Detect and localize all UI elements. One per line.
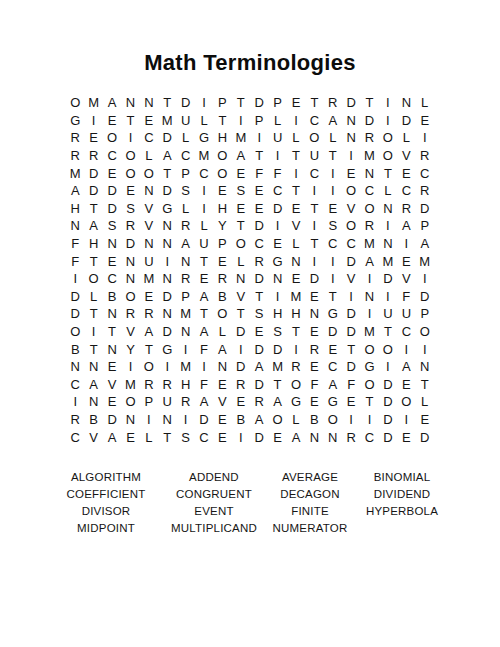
grid-cell-r5c5: O [140, 164, 158, 182]
grid-cell-r20c6: T [158, 428, 176, 446]
grid-cell-r15c3: N [103, 340, 121, 358]
grid-cell-r5c12: F [268, 164, 286, 182]
grid-cell-r3c3: O [103, 129, 121, 147]
grid-cell-r17c1: C [66, 376, 84, 394]
grid-cell-r1c4: N [121, 94, 139, 112]
word-algorithm: ALGORITHM [50, 469, 162, 486]
grid-cell-r3c10: M [232, 129, 250, 147]
grid-cell-r3c15: L [324, 129, 342, 147]
grid-cell-r17c8: F [195, 376, 213, 394]
grid-cell-r19c2: B [84, 411, 102, 429]
grid-cell-r4c14: U [305, 147, 323, 165]
grid-cell-r19c19: I [397, 411, 415, 429]
grid-cell-r12c14: E [305, 288, 323, 306]
grid-cell-r10c10: L [232, 252, 250, 270]
grid-cell-r14c7: N [176, 323, 194, 341]
grid-cell-r15c8: F [195, 340, 213, 358]
grid-cell-r14c20: O [416, 323, 434, 341]
grid-cell-r8c5: V [140, 217, 158, 235]
grid-cell-r10c17: A [360, 252, 378, 270]
grid-cell-r8c7: R [176, 217, 194, 235]
grid-cell-r12c13: M [287, 288, 305, 306]
grid-cell-r1c10: T [232, 94, 250, 112]
grid-cell-r4c13: T [287, 147, 305, 165]
grid-cell-r5c9: O [213, 164, 231, 182]
grid-cell-r9c17: M [360, 235, 378, 253]
grid-cell-r16c19: A [397, 358, 415, 376]
grid-cell-r1c8: I [195, 94, 213, 112]
grid-cell-r14c12: S [268, 323, 286, 341]
grid-cell-r15c20: I [416, 340, 434, 358]
grid-cell-r3c12: U [268, 129, 286, 147]
grid-cell-r8c12: I [268, 217, 286, 235]
grid-cell-r20c15: N [324, 428, 342, 446]
grid-cell-r13c3: N [103, 305, 121, 323]
grid-cell-r8c4: R [121, 217, 139, 235]
grid-cell-r18c10: E [232, 393, 250, 411]
grid-cell-r6c10: S [232, 182, 250, 200]
grid-cell-r7c3: D [103, 200, 121, 218]
grid-cell-r19c3: D [103, 411, 121, 429]
grid-cell-r13c10: T [232, 305, 250, 323]
word-multiplicand: MULTIPLICAND [162, 520, 266, 537]
grid-cell-r5c14: C [305, 164, 323, 182]
grid-cell-r10c19: E [397, 252, 415, 270]
grid-cell-r14c15: D [324, 323, 342, 341]
grid-cell-r16c17: G [360, 358, 378, 376]
grid-cell-r11c17: I [360, 270, 378, 288]
word-coefficient: COEFFICIENT [50, 486, 162, 503]
grid-cell-r11c10: N [232, 270, 250, 288]
grid-cell-r11c14: D [305, 270, 323, 288]
grid-cell-r14c2: I [84, 323, 102, 341]
grid-cell-r11c5: M [140, 270, 158, 288]
grid-cell-r18c17: T [360, 393, 378, 411]
grid-cell-r18c4: O [121, 393, 139, 411]
grid-cell-r13c1: D [66, 305, 84, 323]
grid-cell-r17c11: D [250, 376, 268, 394]
grid-cell-r16c4: I [121, 358, 139, 376]
grid-cell-r3c19: L [397, 129, 415, 147]
grid-cell-r9c14: T [305, 235, 323, 253]
grid-cell-r17c9: E [213, 376, 231, 394]
grid-cell-r14c19: C [397, 323, 415, 341]
word-binomial: BINOMIAL [354, 469, 450, 486]
grid-cell-r16c11: A [250, 358, 268, 376]
grid-cell-r19c14: B [305, 411, 323, 429]
grid-cell-r18c18: D [379, 393, 397, 411]
grid-cell-r8c15: S [324, 217, 342, 235]
grid-cell-r16c12: M [268, 358, 286, 376]
grid-cell-r3c2: E [84, 129, 102, 147]
grid-cell-r1c5: N [140, 94, 158, 112]
word-dividend: DIVIDEND [354, 486, 450, 503]
grid-cell-r2c16: N [342, 112, 360, 130]
grid-cell-r19c9: E [213, 411, 231, 429]
grid-cell-r1c12: P [268, 94, 286, 112]
grid-cell-r8c8: L [195, 217, 213, 235]
grid-cell-r10c13: N [287, 252, 305, 270]
grid-cell-r17c12: T [268, 376, 286, 394]
grid-cell-r2c15: A [324, 112, 342, 130]
grid-cell-r18c19: O [397, 393, 415, 411]
grid-cell-r2c20: E [416, 112, 434, 130]
grid-cell-r20c16: R [342, 428, 360, 446]
grid-cell-r7c20: D [416, 200, 434, 218]
grid-cell-r11c12: N [268, 270, 286, 288]
grid-cell-r7c15: E [324, 200, 342, 218]
grid-cell-r8c6: N [158, 217, 176, 235]
grid-cell-r2c9: T [213, 112, 231, 130]
grid-cell-r2c18: I [379, 112, 397, 130]
grid-cell-r16c13: R [287, 358, 305, 376]
grid-cell-r2c10: I [232, 112, 250, 130]
grid-cell-r3c11: I [250, 129, 268, 147]
grid-cell-r12c2: L [84, 288, 102, 306]
grid-cell-r15c11: D [250, 340, 268, 358]
grid-cell-r18c3: E [103, 393, 121, 411]
grid-cell-r6c4: E [121, 182, 139, 200]
grid-cell-r18c6: U [158, 393, 176, 411]
grid-cell-r9c9: P [213, 235, 231, 253]
grid-cell-r12c9: B [213, 288, 231, 306]
grid-cell-r11c19: V [397, 270, 415, 288]
grid-cell-r7c10: E [232, 200, 250, 218]
grid-cell-r4c5: L [140, 147, 158, 165]
grid-cell-r9c13: L [287, 235, 305, 253]
grid-cell-r3c17: R [360, 129, 378, 147]
grid-cell-r20c7: S [176, 428, 194, 446]
grid-cell-r20c5: L [140, 428, 158, 446]
grid-cell-r7c1: H [66, 200, 84, 218]
grid-cell-r6c16: O [342, 182, 360, 200]
grid-cell-r3c5: C [140, 129, 158, 147]
grid-cell-r5c8: C [195, 164, 213, 182]
grid-cell-r5c10: E [232, 164, 250, 182]
grid-cell-r19c1: R [66, 411, 84, 429]
grid-cell-r3c6: D [158, 129, 176, 147]
grid-cell-r6c11: E [250, 182, 268, 200]
grid-cell-r6c6: D [158, 182, 176, 200]
grid-cell-r10c4: N [121, 252, 139, 270]
grid-cell-r2c1: G [66, 112, 84, 130]
grid-cell-r12c8: A [195, 288, 213, 306]
grid-cell-r4c4: O [121, 147, 139, 165]
grid-cell-r6c8: I [195, 182, 213, 200]
grid-cell-r15c14: R [305, 340, 323, 358]
word-numerator: NUMERATOR [266, 520, 354, 537]
grid-cell-r7c8: I [195, 200, 213, 218]
grid-cell-r13c16: D [342, 305, 360, 323]
grid-cell-r12c17: N [360, 288, 378, 306]
grid-cell-r15c1: B [66, 340, 84, 358]
grid-cell-r16c15: C [324, 358, 342, 376]
grid-cell-r19c5: I [140, 411, 158, 429]
grid-cell-r5c18: T [379, 164, 397, 182]
grid-cell-r18c15: G [324, 393, 342, 411]
grid-cell-r18c14: E [305, 393, 323, 411]
grid-cell-r16c2: N [84, 358, 102, 376]
grid-cell-r20c12: E [268, 428, 286, 446]
grid-cell-r18c11: R [250, 393, 268, 411]
grid-cell-r3c8: G [195, 129, 213, 147]
grid-cell-r10c8: T [195, 252, 213, 270]
grid-cell-r17c15: A [324, 376, 342, 394]
grid-cell-r15c5: T [140, 340, 158, 358]
grid-cell-r8c11: D [250, 217, 268, 235]
grid-cell-r4c7: C [176, 147, 194, 165]
grid-cell-r17c10: R [232, 376, 250, 394]
grid-cell-r1c15: R [324, 94, 342, 112]
grid-cell-r20c14: N [305, 428, 323, 446]
grid-cell-r19c17: I [360, 411, 378, 429]
grid-cell-r8c18: I [379, 217, 397, 235]
grid-cell-r4c16: I [342, 147, 360, 165]
grid-cell-r1c16: D [342, 94, 360, 112]
grid-cell-r13c2: T [84, 305, 102, 323]
grid-cell-r3c18: O [379, 129, 397, 147]
grid-cell-r1c2: M [84, 94, 102, 112]
grid-cell-r7c4: S [121, 200, 139, 218]
grid-cell-r11c8: E [195, 270, 213, 288]
grid-cell-r1c20: L [416, 94, 434, 112]
grid-cell-r9c11: C [250, 235, 268, 253]
grid-cell-r9c6: N [158, 235, 176, 253]
grid-cell-r10c7: N [176, 252, 194, 270]
grid-cell-r9c8: U [195, 235, 213, 253]
grid-cell-r9c12: E [268, 235, 286, 253]
grid-cell-r13c15: G [324, 305, 342, 323]
grid-cell-r11c6: N [158, 270, 176, 288]
grid-cell-r12c4: O [121, 288, 139, 306]
grid-cell-r8c1: N [66, 217, 84, 235]
word-event: EVENT [162, 503, 266, 520]
grid-cell-r19c13: L [287, 411, 305, 429]
grid-cell-r12c5: E [140, 288, 158, 306]
word-average: AVERAGE [266, 469, 354, 486]
word-empty [354, 520, 450, 537]
grid-cell-r10c2: T [84, 252, 102, 270]
grid-cell-r1c9: P [213, 94, 231, 112]
grid-cell-r18c1: I [66, 393, 84, 411]
grid-cell-r9c19: I [397, 235, 415, 253]
grid-cell-r2c14: C [305, 112, 323, 130]
grid-cell-r14c16: D [342, 323, 360, 341]
grid-cell-r10c9: E [213, 252, 231, 270]
grid-cell-r15c2: T [84, 340, 102, 358]
grid-cell-r6c1: A [66, 182, 84, 200]
grid-cell-r14c9: L [213, 323, 231, 341]
grid-cell-r8c14: I [305, 217, 323, 235]
grid-cell-r11c18: D [379, 270, 397, 288]
grid-cell-r19c8: D [195, 411, 213, 429]
grid-cell-r16c8: I [195, 358, 213, 376]
puzzle-page: Math Terminologies OMANNTDIPTDPETRDTINLG… [0, 0, 500, 647]
grid-cell-r19c12: O [268, 411, 286, 429]
grid-cell-r16c3: E [103, 358, 121, 376]
grid-cell-r9c3: N [103, 235, 121, 253]
grid-cell-r11c16: V [342, 270, 360, 288]
grid-cell-r7c5: V [140, 200, 158, 218]
grid-cell-r6c14: I [305, 182, 323, 200]
word-midpoint: MIDPOINT [50, 520, 162, 537]
grid-cell-r6c2: D [84, 182, 102, 200]
grid-cell-r4c11: T [250, 147, 268, 165]
grid-cell-r10c15: I [324, 252, 342, 270]
grid-cell-r10c3: E [103, 252, 121, 270]
grid-cell-r19c7: I [176, 411, 194, 429]
grid-cell-r9c18: N [379, 235, 397, 253]
grid-cell-r14c14: E [305, 323, 323, 341]
grid-cell-r2c8: L [195, 112, 213, 130]
grid-cell-r13c6: N [158, 305, 176, 323]
grid-cell-r4c12: I [268, 147, 286, 165]
grid-cell-r4c20: R [416, 147, 434, 165]
grid-cell-r7c16: V [342, 200, 360, 218]
grid-cell-r10c18: M [379, 252, 397, 270]
grid-cell-r20c19: E [397, 428, 415, 446]
grid-cell-r18c20: L [416, 393, 434, 411]
grid-cell-r7c9: H [213, 200, 231, 218]
grid-cell-r13c20: P [416, 305, 434, 323]
grid-cell-r14c5: A [140, 323, 158, 341]
grid-cell-r5c15: I [324, 164, 342, 182]
grid-cell-r11c9: R [213, 270, 231, 288]
grid-cell-r10c16: D [342, 252, 360, 270]
grid-cell-r14c17: M [360, 323, 378, 341]
grid-cell-r9c20: A [416, 235, 434, 253]
grid-cell-r20c8: C [195, 428, 213, 446]
grid-cell-r17c18: D [379, 376, 397, 394]
grid-cell-r4c1: R [66, 147, 84, 165]
grid-cell-r7c14: T [305, 200, 323, 218]
grid-cell-r14c6: D [158, 323, 176, 341]
grid-cell-r13c12: H [268, 305, 286, 323]
grid-cell-r6c5: N [140, 182, 158, 200]
grid-cell-r14c18: T [379, 323, 397, 341]
grid-cell-r18c13: G [287, 393, 305, 411]
grid-cell-r19c11: A [250, 411, 268, 429]
grid-cell-r5c19: E [397, 164, 415, 182]
grid-cell-r12c7: P [176, 288, 194, 306]
grid-cell-r17c14: F [305, 376, 323, 394]
grid-cell-r16c5: O [140, 358, 158, 376]
grid-cell-r15c7: I [176, 340, 194, 358]
grid-cell-r7c19: R [397, 200, 415, 218]
grid-cell-r12c3: B [103, 288, 121, 306]
grid-cell-r18c5: P [140, 393, 158, 411]
grid-cell-r5c11: F [250, 164, 268, 182]
grid-cell-r10c6: I [158, 252, 176, 270]
grid-cell-r16c16: D [342, 358, 360, 376]
grid-cell-r20c4: E [121, 428, 139, 446]
grid-cell-r17c19: E [397, 376, 415, 394]
grid-cell-r13c18: U [379, 305, 397, 323]
grid-cell-r4c2: R [84, 147, 102, 165]
grid-cell-r12c18: I [379, 288, 397, 306]
grid-cell-r11c1: I [66, 270, 84, 288]
grid-cell-r1c19: N [397, 94, 415, 112]
grid-cell-r11c3: C [103, 270, 121, 288]
grid-cell-r6c3: D [103, 182, 121, 200]
grid-cell-r11c15: I [324, 270, 342, 288]
grid-cell-r6c7: S [176, 182, 194, 200]
grid-cell-r2c17: D [360, 112, 378, 130]
grid-cell-r16c20: N [416, 358, 434, 376]
grid-cell-r14c10: D [232, 323, 250, 341]
word-congruent: CONGRUENT [162, 486, 266, 503]
grid-cell-r14c11: E [250, 323, 268, 341]
grid-cell-r9c16: C [342, 235, 360, 253]
grid-cell-r2c13: I [287, 112, 305, 130]
grid-cell-r18c9: V [213, 393, 231, 411]
grid-cell-r7c17: O [360, 200, 378, 218]
grid-cell-r20c17: C [360, 428, 378, 446]
grid-cell-r11c2: O [84, 270, 102, 288]
grid-cell-r5c20: C [416, 164, 434, 182]
grid-cell-r10c5: U [140, 252, 158, 270]
grid-cell-r12c20: D [416, 288, 434, 306]
grid-cell-r7c11: E [250, 200, 268, 218]
grid-cell-r18c2: N [84, 393, 102, 411]
grid-cell-r19c4: N [121, 411, 139, 429]
grid-cell-r1c7: D [176, 94, 194, 112]
grid-cell-r6c13: T [287, 182, 305, 200]
grid-cell-r16c9: N [213, 358, 231, 376]
word-decagon: DECAGON [266, 486, 354, 503]
grid-cell-r15c6: G [158, 340, 176, 358]
grid-cell-r17c7: H [176, 376, 194, 394]
grid-cell-r13c13: H [287, 305, 305, 323]
grid-cell-r4c9: O [213, 147, 231, 165]
grid-cell-r2c5: E [140, 112, 158, 130]
grid-cell-r2c2: I [84, 112, 102, 130]
grid-cell-r2c12: L [268, 112, 286, 130]
grid-cell-r13c17: I [360, 305, 378, 323]
grid-cell-r5c3: E [103, 164, 121, 182]
word-finite: FINITE [266, 503, 354, 520]
grid-cell-r19c20: E [416, 411, 434, 429]
grid-cell-r4c6: A [158, 147, 176, 165]
grid-cell-r13c14: N [305, 305, 323, 323]
grid-cell-r15c17: O [360, 340, 378, 358]
grid-cell-r15c18: O [379, 340, 397, 358]
grid-cell-r3c16: N [342, 129, 360, 147]
grid-cell-r8c17: R [360, 217, 378, 235]
grid-cell-r1c6: T [158, 94, 176, 112]
grid-cell-r7c18: N [379, 200, 397, 218]
grid-cell-r13c8: T [195, 305, 213, 323]
grid-cell-r10c14: I [305, 252, 323, 270]
word-addend: ADDEND [162, 469, 266, 486]
grid-cell-r2c7: U [176, 112, 194, 130]
grid-cell-r16c7: M [176, 358, 194, 376]
grid-cell-r17c13: O [287, 376, 305, 394]
grid-cell-r18c12: A [268, 393, 286, 411]
grid-cell-r17c16: F [342, 376, 360, 394]
grid-cell-r7c7: L [176, 200, 194, 218]
grid-cell-r7c12: D [268, 200, 286, 218]
grid-cell-r14c8: A [195, 323, 213, 341]
grid-cell-r3c9: H [213, 129, 231, 147]
grid-cell-r11c11: D [250, 270, 268, 288]
grid-cell-r9c2: H [84, 235, 102, 253]
grid-cell-r4c18: O [379, 147, 397, 165]
grid-cell-r6c19: C [397, 182, 415, 200]
word-hyperbola: HYPERBOLA [354, 503, 450, 520]
grid-cell-r9c10: O [232, 235, 250, 253]
grid-cell-r2c4: T [121, 112, 139, 130]
